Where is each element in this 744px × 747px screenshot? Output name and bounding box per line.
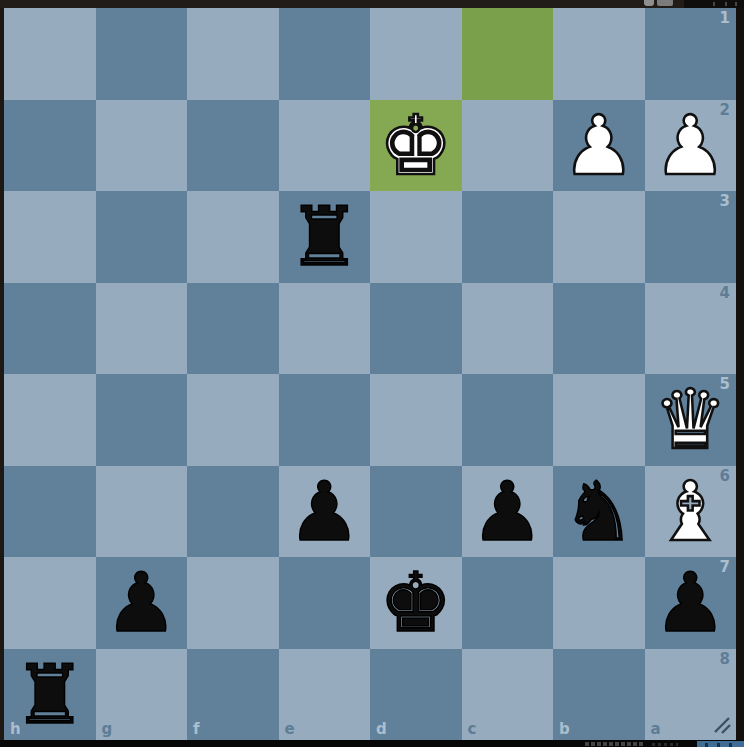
square-h8[interactable]: h♜ xyxy=(4,649,96,741)
rank-label-1: 1 xyxy=(720,11,730,26)
square-g3[interactable] xyxy=(96,191,188,283)
rank-label-3: 3 xyxy=(720,194,730,209)
chess-board[interactable]: 1♚♟2♟♜345♛♟♟♞6♝♟♚7♟h♜gfedcb8a xyxy=(4,8,736,740)
square-f2[interactable] xyxy=(187,100,279,192)
square-f8[interactable]: f xyxy=(187,649,279,741)
square-c1[interactable] xyxy=(462,8,554,100)
square-e8[interactable]: e xyxy=(279,649,371,741)
rank-label-8: 8 xyxy=(720,652,730,667)
square-d7[interactable]: ♚ xyxy=(370,557,462,649)
file-label-d: d xyxy=(376,722,387,737)
square-h4[interactable] xyxy=(4,283,96,375)
black-pawn[interactable]: ♟ xyxy=(470,466,544,557)
square-b3[interactable] xyxy=(553,191,645,283)
cutoff-text-fragment xyxy=(652,743,678,746)
file-label-e: e xyxy=(285,722,295,737)
square-h3[interactable] xyxy=(4,191,96,283)
square-d2[interactable]: ♚ xyxy=(370,100,462,192)
square-c2[interactable] xyxy=(462,100,554,192)
black-pawn[interactable]: ♟ xyxy=(287,466,361,557)
square-d6[interactable] xyxy=(370,466,462,558)
square-g8[interactable]: g xyxy=(96,649,188,741)
square-g7[interactable]: ♟ xyxy=(96,557,188,649)
cutoff-highlighted-link-fragment[interactable] xyxy=(697,741,744,747)
square-a2[interactable]: 2♟ xyxy=(645,100,737,192)
square-a1[interactable]: 1 xyxy=(645,8,737,100)
square-g1[interactable] xyxy=(96,8,188,100)
black-king[interactable]: ♚ xyxy=(379,557,453,648)
square-d3[interactable] xyxy=(370,191,462,283)
square-c5[interactable] xyxy=(462,374,554,466)
rank-label-2: 2 xyxy=(720,103,730,118)
square-g5[interactable] xyxy=(96,374,188,466)
square-a4[interactable]: 4 xyxy=(645,283,737,375)
square-f7[interactable] xyxy=(187,557,279,649)
black-rook[interactable]: ♜ xyxy=(13,649,87,740)
square-c3[interactable] xyxy=(462,191,554,283)
browser-chrome-top-strip xyxy=(0,0,744,8)
square-b2[interactable]: ♟ xyxy=(553,100,645,192)
square-h7[interactable] xyxy=(4,557,96,649)
square-f6[interactable] xyxy=(187,466,279,558)
black-pawn[interactable]: ♟ xyxy=(104,557,178,648)
square-f4[interactable] xyxy=(187,283,279,375)
black-knight[interactable]: ♞ xyxy=(562,466,636,557)
browser-chrome-bottom-strip xyxy=(0,740,744,747)
square-h6[interactable] xyxy=(4,466,96,558)
cutoff-icon-fragment[interactable] xyxy=(657,0,673,6)
white-pawn[interactable]: ♟ xyxy=(653,100,727,191)
white-queen[interactable]: ♛ xyxy=(653,374,727,465)
rank-label-6: 6 xyxy=(720,469,730,484)
file-label-f: f xyxy=(193,722,200,737)
board-right-border xyxy=(736,8,744,740)
cutoff-text-fragment xyxy=(585,742,643,746)
file-label-a: a xyxy=(651,722,661,737)
rank-label-5: 5 xyxy=(720,377,730,392)
square-a6[interactable]: 6♝ xyxy=(645,466,737,558)
square-d1[interactable] xyxy=(370,8,462,100)
page: 1♚♟2♟♜345♛♟♟♞6♝♟♚7♟h♜gfedcb8a xyxy=(0,0,744,747)
square-b4[interactable] xyxy=(553,283,645,375)
square-e2[interactable] xyxy=(279,100,371,192)
black-rook[interactable]: ♜ xyxy=(287,191,361,282)
square-b8[interactable]: b xyxy=(553,649,645,741)
square-f3[interactable] xyxy=(187,191,279,283)
square-d4[interactable] xyxy=(370,283,462,375)
square-c4[interactable] xyxy=(462,283,554,375)
square-d5[interactable] xyxy=(370,374,462,466)
board-resize-handle[interactable] xyxy=(712,715,732,735)
square-b7[interactable] xyxy=(553,557,645,649)
square-h5[interactable] xyxy=(4,374,96,466)
square-a5[interactable]: 5♛ xyxy=(645,374,737,466)
square-b1[interactable] xyxy=(553,8,645,100)
file-label-g: g xyxy=(102,722,113,737)
square-e4[interactable] xyxy=(279,283,371,375)
file-label-b: b xyxy=(559,722,570,737)
square-g2[interactable] xyxy=(96,100,188,192)
file-label-c: c xyxy=(468,722,477,737)
white-king[interactable]: ♚ xyxy=(379,100,453,191)
rank-label-4: 4 xyxy=(720,286,730,301)
square-b6[interactable]: ♞ xyxy=(553,466,645,558)
square-a7[interactable]: 7♟ xyxy=(645,557,737,649)
file-label-h: h xyxy=(10,722,21,737)
square-f5[interactable] xyxy=(187,374,279,466)
square-a3[interactable]: 3 xyxy=(645,191,737,283)
square-h2[interactable] xyxy=(4,100,96,192)
square-f1[interactable] xyxy=(187,8,279,100)
rank-label-7: 7 xyxy=(720,560,730,575)
cutoff-toolbar-fragment xyxy=(684,0,744,8)
square-d8[interactable]: d xyxy=(370,649,462,741)
square-g6[interactable] xyxy=(96,466,188,558)
square-e3[interactable]: ♜ xyxy=(279,191,371,283)
square-e1[interactable] xyxy=(279,8,371,100)
square-b5[interactable] xyxy=(553,374,645,466)
square-e6[interactable]: ♟ xyxy=(279,466,371,558)
white-bishop[interactable]: ♝ xyxy=(653,466,727,557)
square-c6[interactable]: ♟ xyxy=(462,466,554,558)
square-g4[interactable] xyxy=(96,283,188,375)
black-pawn[interactable]: ♟ xyxy=(653,557,727,648)
square-e5[interactable] xyxy=(279,374,371,466)
square-c8[interactable]: c xyxy=(462,649,554,741)
square-h1[interactable] xyxy=(4,8,96,100)
white-pawn[interactable]: ♟ xyxy=(562,100,636,191)
square-c7[interactable] xyxy=(462,557,554,649)
square-e7[interactable] xyxy=(279,557,371,649)
cutoff-icon-fragment[interactable] xyxy=(644,0,654,6)
